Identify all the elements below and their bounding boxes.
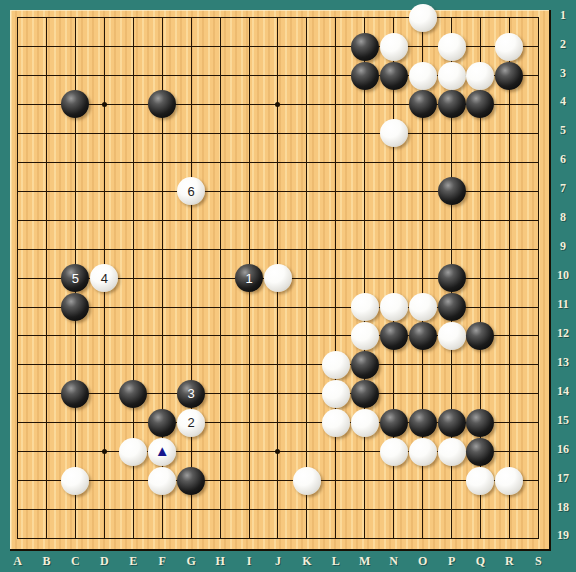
col-label-M: M (356, 554, 374, 569)
stone-white-P16[interactable] (438, 438, 466, 466)
col-label-B: B (38, 554, 56, 569)
col-label-I: I (240, 554, 258, 569)
stone-white-N2[interactable] (380, 33, 408, 61)
col-label-E: E (124, 554, 142, 569)
stone-white-N16[interactable] (380, 438, 408, 466)
stone-black-C10[interactable]: 5 (61, 264, 89, 292)
stone-white-M15[interactable] (351, 409, 379, 437)
stone-white-O1[interactable] (409, 4, 437, 32)
stone-black-M13[interactable] (351, 351, 379, 379)
move-number-label: 5 (61, 264, 89, 292)
stone-black-P11[interactable] (438, 293, 466, 321)
col-label-H: H (211, 554, 229, 569)
stone-white-O16[interactable] (409, 438, 437, 466)
col-label-C: C (66, 554, 84, 569)
col-label-O: O (414, 554, 432, 569)
star-point-D4 (102, 102, 107, 107)
stone-black-P7[interactable] (438, 177, 466, 205)
col-label-J: J (269, 554, 287, 569)
stone-white-K17[interactable] (293, 467, 321, 495)
row-label-11: 11 (553, 297, 573, 312)
stone-white-F17[interactable] (148, 467, 176, 495)
row-label-15: 15 (553, 413, 573, 428)
stone-black-M3[interactable] (351, 62, 379, 90)
stone-black-G14[interactable]: 3 (177, 380, 205, 408)
stone-black-Q16[interactable] (466, 438, 494, 466)
stone-white-O11[interactable] (409, 293, 437, 321)
stone-white-L14[interactable] (322, 380, 350, 408)
stone-white-J10[interactable] (264, 264, 292, 292)
grid-line-horizontal-13 (17, 364, 539, 365)
stone-black-N15[interactable] (380, 409, 408, 437)
stone-white-P2[interactable] (438, 33, 466, 61)
stone-black-M2[interactable] (351, 33, 379, 61)
row-label-1: 1 (553, 8, 573, 23)
stone-black-M14[interactable] (351, 380, 379, 408)
row-label-3: 3 (553, 66, 573, 81)
col-label-Q: Q (471, 554, 489, 569)
stone-black-G17[interactable] (177, 467, 205, 495)
stone-white-G7[interactable]: 6 (177, 177, 205, 205)
stone-black-Q15[interactable] (466, 409, 494, 437)
star-point-D16 (102, 449, 107, 454)
go-diagram: 654132▲ ABCDEFGHIJKLMNOPQRS1234567891011… (0, 0, 576, 572)
stone-black-I10[interactable]: 1 (235, 264, 263, 292)
stone-white-C17[interactable] (61, 467, 89, 495)
stone-white-D10[interactable]: 4 (90, 264, 118, 292)
col-label-F: F (153, 554, 171, 569)
stone-white-M12[interactable] (351, 322, 379, 350)
row-label-19: 19 (553, 528, 573, 543)
grid-line-vertical-S (538, 17, 539, 539)
stone-white-L15[interactable] (322, 409, 350, 437)
stone-white-R2[interactable] (495, 33, 523, 61)
row-label-12: 12 (553, 326, 573, 341)
stone-white-R17[interactable] (495, 467, 523, 495)
col-label-P: P (443, 554, 461, 569)
stone-white-G15[interactable]: 2 (177, 409, 205, 437)
row-label-18: 18 (553, 500, 573, 515)
stone-white-N11[interactable] (380, 293, 408, 321)
stone-black-F15[interactable] (148, 409, 176, 437)
stone-white-Q17[interactable] (466, 467, 494, 495)
stone-white-M11[interactable] (351, 293, 379, 321)
move-number-label: 4 (90, 264, 118, 292)
stone-black-P10[interactable] (438, 264, 466, 292)
move-number-label: 1 (235, 264, 263, 292)
row-label-6: 6 (553, 152, 573, 167)
grid-line-vertical-K (306, 17, 307, 539)
stone-black-R3[interactable] (495, 62, 523, 90)
grid-line-vertical-L (335, 17, 336, 539)
col-label-N: N (385, 554, 403, 569)
stone-black-O15[interactable] (409, 409, 437, 437)
stone-white-L13[interactable] (322, 351, 350, 379)
row-label-14: 14 (553, 384, 573, 399)
row-label-7: 7 (553, 181, 573, 196)
stone-white-N5[interactable] (380, 119, 408, 147)
col-label-R: R (500, 554, 518, 569)
stone-black-N12[interactable] (380, 322, 408, 350)
row-label-16: 16 (553, 442, 573, 457)
stone-white-P12[interactable] (438, 322, 466, 350)
grid-line-horizontal-18 (17, 509, 539, 510)
stone-black-N3[interactable] (380, 62, 408, 90)
grid-line-horizontal-17 (17, 480, 539, 481)
row-label-9: 9 (553, 239, 573, 254)
stone-white-P3[interactable] (438, 62, 466, 90)
grid-line-vertical-M (364, 17, 365, 539)
row-label-13: 13 (553, 355, 573, 370)
col-label-D: D (95, 554, 113, 569)
stone-black-O4[interactable] (409, 90, 437, 118)
row-label-8: 8 (553, 210, 573, 225)
col-label-K: K (298, 554, 316, 569)
col-label-G: G (182, 554, 200, 569)
col-label-A: A (9, 554, 27, 569)
row-label-4: 4 (553, 94, 573, 109)
stone-black-E14[interactable] (119, 380, 147, 408)
row-label-2: 2 (553, 37, 573, 52)
col-label-S: S (529, 554, 547, 569)
col-label-L: L (327, 554, 345, 569)
stone-white-Q3[interactable] (466, 62, 494, 90)
stone-white-E16[interactable] (119, 438, 147, 466)
row-label-5: 5 (553, 123, 573, 138)
grid-line-vertical-R (509, 17, 510, 539)
triangle-mark-icon: ▲ (148, 437, 176, 465)
stone-black-P4[interactable] (438, 90, 466, 118)
move-number-label: 3 (177, 380, 205, 408)
stone-black-P15[interactable] (438, 409, 466, 437)
grid-line-horizontal-14 (17, 393, 539, 394)
row-label-17: 17 (553, 471, 573, 486)
stone-white-F16[interactable]: ▲ (148, 438, 176, 466)
stone-white-O3[interactable] (409, 62, 437, 90)
move-number-label: 2 (177, 409, 205, 437)
grid-line-horizontal-19 (17, 538, 539, 539)
stone-black-O12[interactable] (409, 322, 437, 350)
row-label-10: 10 (553, 268, 573, 283)
move-number-label: 6 (177, 177, 205, 205)
